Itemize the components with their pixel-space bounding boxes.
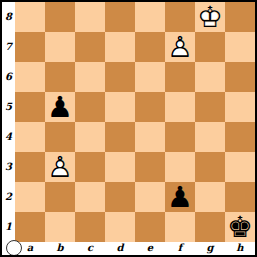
- rank-label-8: 8: [2, 2, 15, 32]
- board: ♚♔♟♙♟♟♙♟♚: [15, 2, 255, 242]
- square-g7[interactable]: [195, 32, 225, 62]
- square-b8[interactable]: [45, 2, 75, 32]
- white-king-outline: ♔: [195, 2, 225, 32]
- white-to-move-indicator: [6, 240, 22, 256]
- square-h4[interactable]: [225, 122, 255, 152]
- white-pawn-outline: ♙: [45, 152, 75, 182]
- square-g4[interactable]: [195, 122, 225, 152]
- square-b3[interactable]: ♟♙: [45, 152, 75, 182]
- square-e5[interactable]: [135, 92, 165, 122]
- square-f6[interactable]: [165, 62, 195, 92]
- square-e1[interactable]: [135, 212, 165, 242]
- square-g5[interactable]: [195, 92, 225, 122]
- file-labels: abcdefgh: [15, 242, 255, 255]
- square-b2[interactable]: [45, 182, 75, 212]
- file-label-d: d: [105, 242, 135, 255]
- black-pawn[interactable]: ♟: [45, 92, 75, 122]
- square-a1[interactable]: [15, 212, 45, 242]
- square-h3[interactable]: [225, 152, 255, 182]
- square-b6[interactable]: [45, 62, 75, 92]
- square-e7[interactable]: [135, 32, 165, 62]
- rank-label-6: 6: [2, 62, 15, 92]
- square-f4[interactable]: [165, 122, 195, 152]
- square-a6[interactable]: [15, 62, 45, 92]
- white-king[interactable]: ♚♔: [195, 2, 225, 32]
- square-c6[interactable]: [75, 62, 105, 92]
- square-h1[interactable]: ♚: [225, 212, 255, 242]
- square-a8[interactable]: [15, 2, 45, 32]
- file-label-b: b: [45, 242, 75, 255]
- square-c5[interactable]: [75, 92, 105, 122]
- white-pawn[interactable]: ♟♙: [45, 152, 75, 182]
- square-e3[interactable]: [135, 152, 165, 182]
- chess-diagram: 87654321 ♚♔♟♙♟♟♙♟♚ abcdefgh: [0, 0, 257, 257]
- square-b1[interactable]: [45, 212, 75, 242]
- square-a3[interactable]: [15, 152, 45, 182]
- square-a7[interactable]: [15, 32, 45, 62]
- square-d4[interactable]: [105, 122, 135, 152]
- file-label-e: e: [135, 242, 165, 255]
- square-g1[interactable]: [195, 212, 225, 242]
- square-d3[interactable]: [105, 152, 135, 182]
- file-label-g: g: [195, 242, 225, 255]
- square-d7[interactable]: [105, 32, 135, 62]
- file-label-f: f: [165, 242, 195, 255]
- square-g6[interactable]: [195, 62, 225, 92]
- square-b5[interactable]: ♟: [45, 92, 75, 122]
- square-f7[interactable]: ♟♙: [165, 32, 195, 62]
- square-e6[interactable]: [135, 62, 165, 92]
- square-d2[interactable]: [105, 182, 135, 212]
- file-label-h: h: [225, 242, 255, 255]
- square-c2[interactable]: [75, 182, 105, 212]
- square-h6[interactable]: [225, 62, 255, 92]
- white-pawn-outline: ♙: [165, 32, 195, 62]
- rank-label-5: 5: [2, 92, 15, 122]
- square-b4[interactable]: [45, 122, 75, 152]
- square-d8[interactable]: [105, 2, 135, 32]
- square-f8[interactable]: [165, 2, 195, 32]
- rank-label-4: 4: [2, 122, 15, 152]
- rank-label-3: 3: [2, 152, 15, 182]
- rank-labels: 87654321: [2, 2, 15, 242]
- square-g8[interactable]: ♚♔: [195, 2, 225, 32]
- square-e2[interactable]: [135, 182, 165, 212]
- square-g3[interactable]: [195, 152, 225, 182]
- black-pawn[interactable]: ♟: [165, 182, 195, 212]
- rank-label-2: 2: [2, 182, 15, 212]
- square-a4[interactable]: [15, 122, 45, 152]
- rank-label-7: 7: [2, 32, 15, 62]
- square-g2[interactable]: [195, 182, 225, 212]
- square-e4[interactable]: [135, 122, 165, 152]
- square-f5[interactable]: [165, 92, 195, 122]
- square-c7[interactable]: [75, 32, 105, 62]
- black-king[interactable]: ♚: [225, 212, 255, 242]
- square-h7[interactable]: [225, 32, 255, 62]
- square-d1[interactable]: [105, 212, 135, 242]
- square-f3[interactable]: [165, 152, 195, 182]
- square-f2[interactable]: ♟: [165, 182, 195, 212]
- square-d6[interactable]: [105, 62, 135, 92]
- square-c1[interactable]: [75, 212, 105, 242]
- square-c8[interactable]: [75, 2, 105, 32]
- square-d5[interactable]: [105, 92, 135, 122]
- square-f1[interactable]: [165, 212, 195, 242]
- square-c4[interactable]: [75, 122, 105, 152]
- square-a2[interactable]: [15, 182, 45, 212]
- rank-label-1: 1: [2, 212, 15, 242]
- square-h8[interactable]: [225, 2, 255, 32]
- square-c3[interactable]: [75, 152, 105, 182]
- square-h5[interactable]: [225, 92, 255, 122]
- square-b7[interactable]: [45, 32, 75, 62]
- square-a5[interactable]: [15, 92, 45, 122]
- square-h2[interactable]: [225, 182, 255, 212]
- file-label-c: c: [75, 242, 105, 255]
- white-pawn[interactable]: ♟♙: [165, 32, 195, 62]
- square-e8[interactable]: [135, 2, 165, 32]
